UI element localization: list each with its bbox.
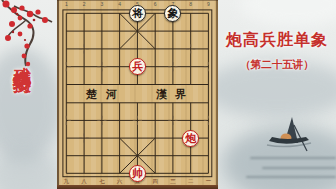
left-banner: 残棋必学技巧 (10, 52, 34, 186)
piece-red-soldier: 兵 (129, 58, 146, 75)
file-label-bottom: 三 (168, 178, 178, 185)
file-label-bottom: 四 (150, 178, 160, 185)
file-label-top: 3 (97, 1, 107, 7)
board-frame-bottom (57, 185, 218, 189)
fisherman-boat-icon (263, 111, 315, 157)
piece-red-cannon: 炮 (182, 130, 199, 147)
lesson-title: 炮高兵胜单象 (218, 30, 336, 51)
file-label-top: 1 (61, 1, 71, 7)
file-label-bottom: 一 (203, 178, 213, 185)
file-label-bottom: 六 (115, 178, 125, 185)
file-label-top: 9 (203, 1, 213, 7)
file-label-bottom: 八 (79, 178, 89, 185)
file-label-top: 4 (115, 1, 125, 7)
piece-black-general: 将 (129, 5, 146, 22)
file-label-bottom: 二 (186, 178, 196, 185)
water-stroke (262, 167, 336, 169)
water-stroke (246, 176, 336, 178)
river-label-left: 楚河 (86, 87, 126, 102)
piece-red-general: 帅 (129, 165, 146, 182)
file-label-bottom: 九 (61, 178, 71, 185)
file-label-top: 6 (150, 1, 160, 7)
river-label-right: 漢界 (156, 87, 194, 102)
lesson-subtitle: （第二十五讲） (218, 58, 336, 72)
xiangqi-board: 楚河 漢界 123456789九八七六五四三二一将象兵炮帅 (57, 0, 218, 189)
water-stroke (250, 157, 336, 159)
scene: 残棋必学技巧 楚河 漢界 123456789九八七六五四三二一将象兵炮帅 炮高兵… (0, 0, 336, 189)
file-label-top: 2 (79, 1, 89, 7)
ink-wash-sky (240, 0, 336, 27)
file-label-top: 8 (186, 1, 196, 7)
file-label-bottom: 七 (97, 178, 107, 185)
